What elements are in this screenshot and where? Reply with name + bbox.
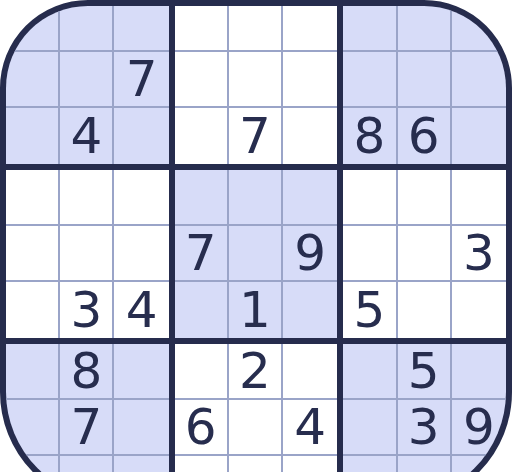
cell-r1c6[interactable] [283,6,337,52]
cell-r6c9[interactable] [452,282,506,338]
cell-r8c4[interactable]: 6 [175,400,229,456]
sudoku-board: 74786793341582576439 [0,0,512,472]
cell-r1c4[interactable] [175,6,229,52]
cell-r8c3[interactable] [114,400,168,456]
cell-r7c7[interactable] [343,344,397,400]
cell-r8c7[interactable] [343,400,397,456]
cell-r6c6[interactable] [283,282,337,338]
cell-r7c6[interactable] [283,344,337,400]
cell-r9c6[interactable] [283,456,337,472]
cell-r6c2[interactable]: 3 [60,282,114,338]
cell-r1c3[interactable] [114,6,168,52]
cell-r3c5[interactable]: 7 [229,108,283,164]
cell-r7c4[interactable] [175,344,229,400]
cell-r2c9[interactable] [452,52,506,108]
cell-r7c1[interactable] [6,344,60,400]
cell-r4c9[interactable] [452,170,506,226]
cell-r2c4[interactable] [175,52,229,108]
cell-r9c2[interactable] [60,456,114,472]
cell-r9c5[interactable] [229,456,283,472]
cell-r5c6[interactable]: 9 [283,226,337,282]
cell-r7c2[interactable]: 8 [60,344,114,400]
cell-r5c1[interactable] [6,226,60,282]
cell-r6c5[interactable]: 1 [229,282,283,338]
cell-r3c9[interactable] [452,108,506,164]
cell-r4c3[interactable] [114,170,168,226]
cell-r3c2[interactable]: 4 [60,108,114,164]
cell-r3c8[interactable]: 6 [398,108,452,164]
cell-r8c6[interactable]: 4 [283,400,337,456]
cell-r3c6[interactable] [283,108,337,164]
cell-r3c7[interactable]: 8 [343,108,397,164]
cell-r7c9[interactable] [452,344,506,400]
cell-r4c5[interactable] [229,170,283,226]
cell-r6c1[interactable] [6,282,60,338]
cell-r4c4[interactable] [175,170,229,226]
cell-r8c1[interactable] [6,400,60,456]
cell-r9c8[interactable] [398,456,452,472]
cell-r2c5[interactable] [229,52,283,108]
cell-r6c8[interactable] [398,282,452,338]
cell-r9c1[interactable] [6,456,60,472]
cell-r6c7[interactable]: 5 [343,282,397,338]
cell-r9c4[interactable] [175,456,229,472]
cell-r9c7[interactable] [343,456,397,472]
cell-r1c5[interactable] [229,6,283,52]
sudoku-app-viewport: 74786793341582576439 [0,0,512,472]
cell-r8c8[interactable]: 3 [398,400,452,456]
cell-r5c3[interactable] [114,226,168,282]
cell-r8c5[interactable] [229,400,283,456]
grid: 74786793341582576439 [6,6,506,472]
cell-r2c8[interactable] [398,52,452,108]
cell-r5c8[interactable] [398,226,452,282]
cell-r1c9[interactable] [452,6,506,52]
cell-r8c9[interactable]: 9 [452,400,506,456]
cell-r3c1[interactable] [6,108,60,164]
cell-r1c1[interactable] [6,6,60,52]
cell-r5c5[interactable] [229,226,283,282]
cell-r4c1[interactable] [6,170,60,226]
cell-r7c3[interactable] [114,344,168,400]
cell-r5c2[interactable] [60,226,114,282]
cell-r3c3[interactable] [114,108,168,164]
cell-r4c2[interactable] [60,170,114,226]
cell-r6c4[interactable] [175,282,229,338]
cell-r5c4[interactable]: 7 [175,226,229,282]
cell-r7c8[interactable]: 5 [398,344,452,400]
cell-r2c3[interactable]: 7 [114,52,168,108]
cell-r9c3[interactable] [114,456,168,472]
cell-r3c4[interactable] [175,108,229,164]
cell-r4c8[interactable] [398,170,452,226]
cell-r1c2[interactable] [60,6,114,52]
cell-r2c6[interactable] [283,52,337,108]
cell-r5c7[interactable] [343,226,397,282]
cell-r5c9[interactable]: 3 [452,226,506,282]
cell-r7c5[interactable]: 2 [229,344,283,400]
cell-r2c7[interactable] [343,52,397,108]
cell-r8c2[interactable]: 7 [60,400,114,456]
cell-r9c9[interactable] [452,456,506,472]
cell-r2c2[interactable] [60,52,114,108]
cell-r2c1[interactable] [6,52,60,108]
cell-r1c7[interactable] [343,6,397,52]
cell-r4c7[interactable] [343,170,397,226]
cell-r1c8[interactable] [398,6,452,52]
cell-r4c6[interactable] [283,170,337,226]
cell-r6c3[interactable]: 4 [114,282,168,338]
